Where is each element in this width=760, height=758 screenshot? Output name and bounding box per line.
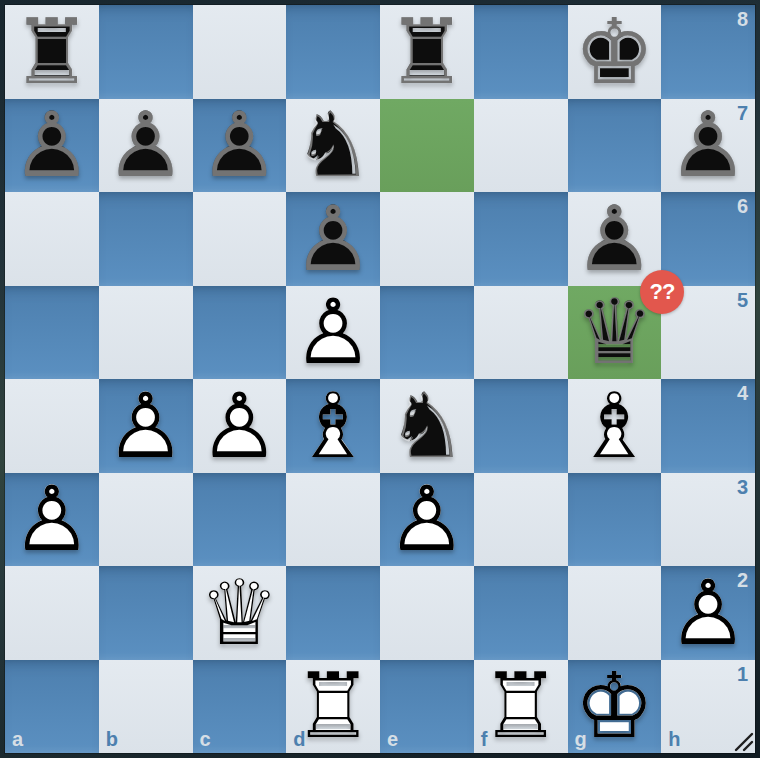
piece-black-pawn[interactable]: ♟♙ [193, 99, 287, 193]
square-b5[interactable] [99, 286, 193, 380]
square-b8[interactable] [99, 5, 193, 99]
file-label-c: c [200, 729, 211, 749]
square-a5[interactable] [5, 286, 99, 380]
square-c3[interactable] [193, 473, 287, 567]
square-e1[interactable]: e [380, 660, 474, 754]
file-label-a: a [12, 729, 23, 749]
square-f7[interactable] [474, 99, 568, 193]
square-b4[interactable]: ♟♙ [99, 379, 193, 473]
piece-white-rook[interactable]: ♜♖ [286, 660, 380, 754]
square-d1[interactable]: ♜♖d [286, 660, 380, 754]
piece-white-king[interactable]: ♚♔ [568, 660, 662, 754]
piece-white-pawn[interactable]: ♟♙ [5, 473, 99, 567]
piece-black-rook[interactable]: ♜♖ [5, 5, 99, 99]
chess-board: ♜♖♜♖♚♔8♟♙♟♙♟♙♞♘♟♙7♟♙♟♙6♟♙♛♕5♟♙♟♙♝♗♞♘♝♗4♟… [5, 5, 755, 753]
square-b6[interactable] [99, 192, 193, 286]
square-f1[interactable]: ♜♖f [474, 660, 568, 754]
rank-label-4: 4 [737, 383, 748, 403]
square-c5[interactable] [193, 286, 287, 380]
resize-handle-icon[interactable] [732, 730, 754, 752]
rank-label-5: 5 [737, 290, 748, 310]
file-label-h: h [668, 729, 680, 749]
square-e2[interactable] [380, 566, 474, 660]
piece-black-rook[interactable]: ♜♖ [380, 5, 474, 99]
square-h3[interactable]: 3 [661, 473, 755, 567]
square-b3[interactable] [99, 473, 193, 567]
piece-white-pawn[interactable]: ♟♙ [380, 473, 474, 567]
square-c1[interactable]: c [193, 660, 287, 754]
square-d2[interactable] [286, 566, 380, 660]
blunder-badge-label: ?? [650, 281, 675, 303]
piece-black-pawn[interactable]: ♟♙ [661, 99, 755, 193]
square-a1[interactable]: a [5, 660, 99, 754]
square-d7[interactable]: ♞♘ [286, 99, 380, 193]
square-g6[interactable]: ♟♙ [568, 192, 662, 286]
square-h8[interactable]: 8 [661, 5, 755, 99]
square-g1[interactable]: ♚♔g [568, 660, 662, 754]
square-c4[interactable]: ♟♙ [193, 379, 287, 473]
piece-black-king[interactable]: ♚♔ [568, 5, 662, 99]
square-a7[interactable]: ♟♙ [5, 99, 99, 193]
file-label-b: b [106, 729, 118, 749]
piece-white-pawn[interactable]: ♟♙ [99, 379, 193, 473]
square-h7[interactable]: ♟♙7 [661, 99, 755, 193]
square-d3[interactable] [286, 473, 380, 567]
blunder-badge: ?? [640, 270, 684, 314]
piece-black-knight[interactable]: ♞♘ [286, 99, 380, 193]
piece-white-queen[interactable]: ♛♕ [193, 566, 287, 660]
rank-label-1: 1 [737, 664, 748, 684]
square-b1[interactable]: b [99, 660, 193, 754]
square-h4[interactable]: 4 [661, 379, 755, 473]
square-e3[interactable]: ♟♙ [380, 473, 474, 567]
piece-black-pawn[interactable]: ♟♙ [99, 99, 193, 193]
square-a4[interactable] [5, 379, 99, 473]
square-g2[interactable] [568, 566, 662, 660]
file-label-e: e [387, 729, 398, 749]
square-d6[interactable]: ♟♙ [286, 192, 380, 286]
square-a3[interactable]: ♟♙ [5, 473, 99, 567]
piece-white-bishop[interactable]: ♝♗ [286, 379, 380, 473]
square-a2[interactable] [5, 566, 99, 660]
piece-black-pawn[interactable]: ♟♙ [5, 99, 99, 193]
square-g7[interactable] [568, 99, 662, 193]
piece-black-pawn[interactable]: ♟♙ [568, 192, 662, 286]
square-c6[interactable] [193, 192, 287, 286]
square-h6[interactable]: 6 [661, 192, 755, 286]
square-c8[interactable] [193, 5, 287, 99]
square-f6[interactable] [474, 192, 568, 286]
square-d8[interactable] [286, 5, 380, 99]
piece-black-knight[interactable]: ♞♘ [380, 379, 474, 473]
square-b7[interactable]: ♟♙ [99, 99, 193, 193]
square-a8[interactable]: ♜♖ [5, 5, 99, 99]
square-a6[interactable] [5, 192, 99, 286]
square-f3[interactable] [474, 473, 568, 567]
square-c2[interactable]: ♛♕ [193, 566, 287, 660]
piece-white-bishop[interactable]: ♝♗ [568, 379, 662, 473]
piece-white-pawn[interactable]: ♟♙ [286, 286, 380, 380]
square-d5[interactable]: ♟♙ [286, 286, 380, 380]
square-e8[interactable]: ♜♖ [380, 5, 474, 99]
square-g8[interactable]: ♚♔ [568, 5, 662, 99]
square-f8[interactable] [474, 5, 568, 99]
rank-label-8: 8 [737, 9, 748, 29]
square-b2[interactable] [99, 566, 193, 660]
square-c7[interactable]: ♟♙ [193, 99, 287, 193]
piece-black-pawn[interactable]: ♟♙ [286, 192, 380, 286]
square-g3[interactable] [568, 473, 662, 567]
square-f5[interactable] [474, 286, 568, 380]
app-background: ♜♖♜♖♚♔8♟♙♟♙♟♙♞♘♟♙7♟♙♟♙6♟♙♛♕5♟♙♟♙♝♗♞♘♝♗4♟… [0, 0, 760, 758]
square-f2[interactable] [474, 566, 568, 660]
square-e7[interactable] [380, 99, 474, 193]
square-e5[interactable] [380, 286, 474, 380]
piece-white-rook[interactable]: ♜♖ [474, 660, 568, 754]
rank-label-6: 6 [737, 196, 748, 216]
square-h2[interactable]: ♟♙2 [661, 566, 755, 660]
square-g4[interactable]: ♝♗ [568, 379, 662, 473]
square-e6[interactable] [380, 192, 474, 286]
square-f4[interactable] [474, 379, 568, 473]
piece-white-pawn[interactable]: ♟♙ [193, 379, 287, 473]
square-d4[interactable]: ♝♗ [286, 379, 380, 473]
square-e4[interactable]: ♞♘ [380, 379, 474, 473]
rank-label-3: 3 [737, 477, 748, 497]
piece-white-pawn[interactable]: ♟♙ [661, 566, 755, 660]
